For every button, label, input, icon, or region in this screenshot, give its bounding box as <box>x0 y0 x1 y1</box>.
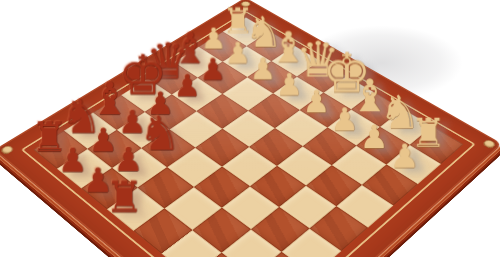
chess-board: ♜♞♝♛♚♝♞♜♟♟♟♟♟♟♟♟♝♟♛♟♚♟♝♟♞♞♟♟♜♟♟♜ <box>0 0 500 257</box>
piece-boxwood-pawn[interactable]: ♟ <box>386 141 425 171</box>
piece-padauk-rook[interactable]: ♜ <box>104 177 145 217</box>
stage: ♜♞♝♛♚♝♞♜♟♟♟♟♟♟♟♟♝♟♛♟♚♟♝♟♞♞♟♟♜♟♟♜ <box>0 0 500 257</box>
board-grid: ♜♞♝♛♚♝♞♜♟♟♟♟♟♟♟♟♝♟♛♟♚♟♝♟♞♞♟♟♜♟♟♜ <box>33 17 463 257</box>
corner-medallion <box>0 144 15 155</box>
chess-set-product-photo: ♜♞♝♛♚♝♞♜♟♟♟♟♟♟♟♟♝♟♛♟♚♟♝♟♞♞♟♟♜♟♟♜ <box>0 0 500 257</box>
corner-medallion <box>482 138 497 149</box>
